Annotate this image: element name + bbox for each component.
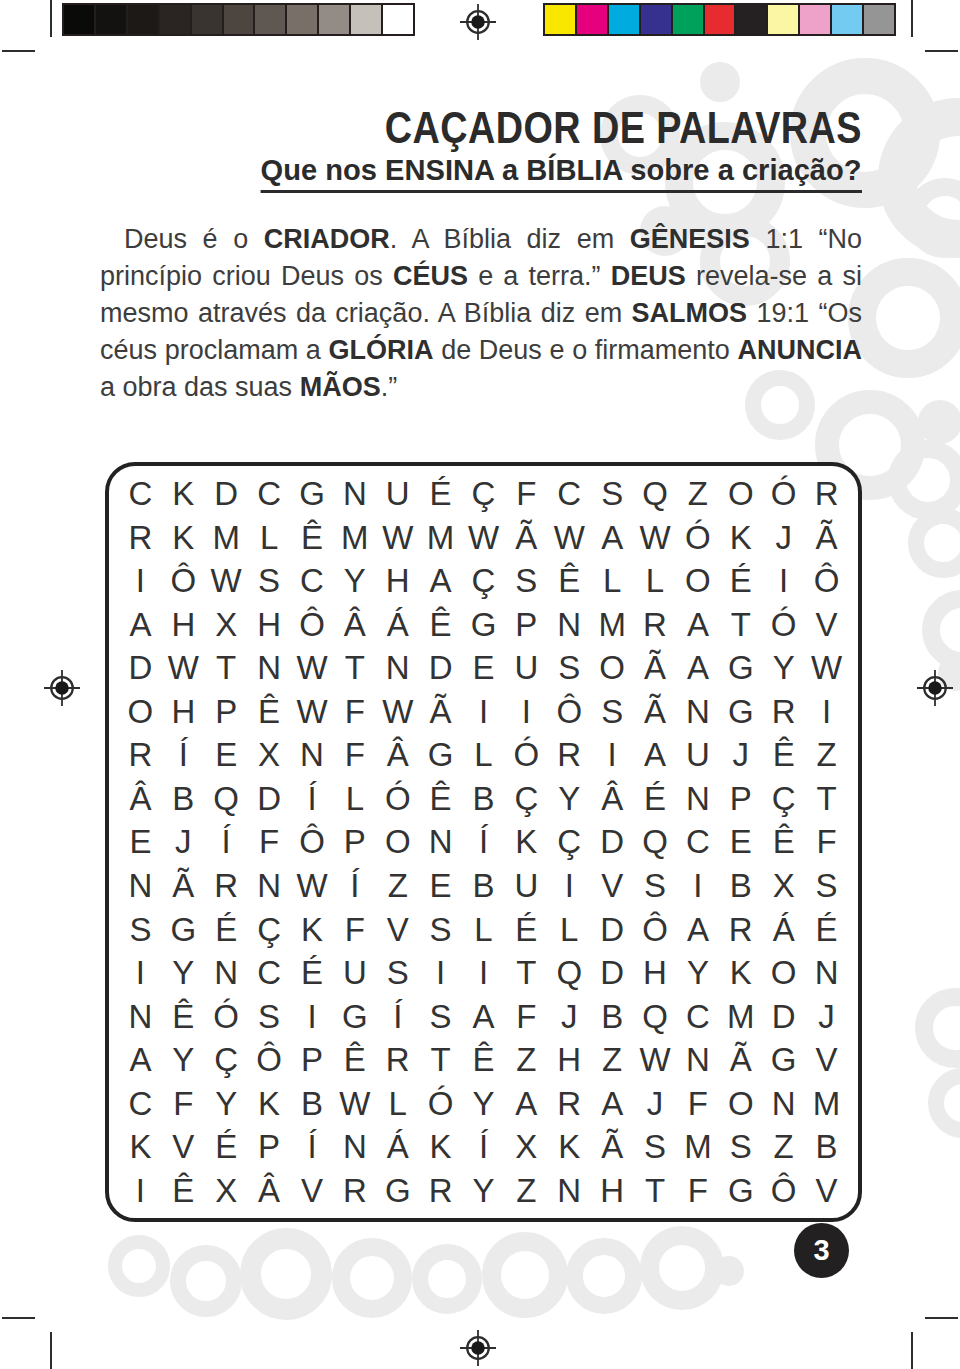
grid-cell[interactable]: N [248,646,291,690]
grid-cell[interactable]: B [805,1125,848,1169]
grid-cell[interactable]: W [548,516,591,560]
grid-cell[interactable]: Ã [162,864,205,908]
grid-cell[interactable]: E [719,820,762,864]
grid-cell[interactable]: W [291,690,334,734]
grid-cell[interactable]: U [505,864,548,908]
grid-cell[interactable]: Ã [805,516,848,560]
grid-cell[interactable]: W [205,559,248,603]
grid-cell[interactable]: A [119,1038,162,1082]
grid-cell[interactable]: Q [205,777,248,821]
grid-cell[interactable]: B [462,777,505,821]
grid-cell[interactable]: O [676,559,719,603]
grid-cell[interactable]: Ç [248,907,291,951]
grid-cell[interactable]: W [291,646,334,690]
grid-cell[interactable]: S [634,864,677,908]
grid-cell[interactable]: I [119,559,162,603]
grid-cell[interactable]: I [119,951,162,995]
grid-cell[interactable]: G [719,1168,762,1212]
grid-cell[interactable]: Ã [419,690,462,734]
grid-cell[interactable]: H [591,1168,634,1212]
grid-cell[interactable]: W [291,864,334,908]
grid-cell[interactable]: T [419,1038,462,1082]
grid-cell[interactable]: Ó [762,603,805,647]
grid-cell[interactable]: O [719,472,762,516]
grid-cell[interactable]: Y [162,1038,205,1082]
grid-cell[interactable]: N [805,951,848,995]
grid-cell[interactable]: H [634,951,677,995]
grid-cell[interactable]: S [248,559,291,603]
grid-cell[interactable]: N [119,994,162,1038]
grid-cell[interactable]: O [376,820,419,864]
grid-cell[interactable]: S [119,907,162,951]
grid-cell[interactable]: M [419,516,462,560]
grid-cell[interactable]: O [719,1081,762,1125]
grid-cell[interactable]: T [333,646,376,690]
grid-cell[interactable]: Q [548,951,591,995]
grid-cell[interactable]: Y [162,951,205,995]
grid-cell[interactable]: A [676,907,719,951]
grid-cell[interactable]: Q [634,472,677,516]
grid-cell[interactable]: I [805,690,848,734]
grid-cell[interactable]: K [419,1125,462,1169]
grid-cell[interactable]: G [333,994,376,1038]
grid-cell[interactable]: N [119,864,162,908]
grid-cell[interactable]: X [248,733,291,777]
grid-cell[interactable]: C [119,472,162,516]
grid-cell[interactable]: J [805,994,848,1038]
grid-cell[interactable]: X [505,1125,548,1169]
grid-cell[interactable]: R [719,907,762,951]
grid-cell[interactable]: V [805,1168,848,1212]
grid-cell[interactable]: D [205,472,248,516]
grid-cell[interactable]: O [119,690,162,734]
grid-cell[interactable]: S [419,907,462,951]
grid-cell[interactable]: P [505,603,548,647]
grid-cell[interactable]: R [205,864,248,908]
grid-cell[interactable]: H [248,603,291,647]
grid-cell[interactable]: J [548,994,591,1038]
grid-cell[interactable]: S [591,690,634,734]
grid-cell[interactable]: Y [462,1168,505,1212]
grid-cell[interactable]: L [376,1081,419,1125]
grid-cell[interactable]: Q [634,820,677,864]
grid-cell[interactable]: R [119,733,162,777]
grid-cell[interactable]: É [205,907,248,951]
grid-cell[interactable]: D [419,646,462,690]
grid-cell[interactable]: Ê [419,777,462,821]
grid-cell[interactable]: L [462,907,505,951]
grid-cell[interactable]: D [591,951,634,995]
grid-cell[interactable]: E [205,733,248,777]
grid-cell[interactable]: B [162,777,205,821]
grid-cell[interactable]: B [591,994,634,1038]
grid-cell[interactable]: Â [376,733,419,777]
grid-cell[interactable]: G [762,1038,805,1082]
grid-cell[interactable]: M [805,1081,848,1125]
registration-mark-icon [460,4,496,40]
grid-cell[interactable]: É [291,951,334,995]
grid-cell[interactable]: S [248,994,291,1038]
grid-cell[interactable]: C [119,1081,162,1125]
grid-cell[interactable]: É [505,907,548,951]
grid-cell[interactable]: Í [376,994,419,1038]
grid-cell[interactable]: M [205,516,248,560]
grid-cell[interactable]: É [719,559,762,603]
grid-cell[interactable]: M [591,603,634,647]
intro-segment: de Deus e o firmamento [434,335,738,365]
grid-cell[interactable]: Ô [548,690,591,734]
grid-cell[interactable]: I [419,951,462,995]
grid-cell[interactable]: Ê [248,690,291,734]
grid-cell[interactable]: É [805,907,848,951]
grid-cell[interactable]: W [634,516,677,560]
grid-cell[interactable]: N [762,1081,805,1125]
grid-cell[interactable]: D [591,820,634,864]
grid-cell[interactable]: S [376,951,419,995]
grid-cell[interactable]: K [291,907,334,951]
grid-cell[interactable]: E [462,646,505,690]
grid-cell[interactable]: R [634,603,677,647]
grid-cell[interactable]: I [505,690,548,734]
grid-cell[interactable]: Í [462,820,505,864]
grid-cell[interactable]: M [676,1125,719,1169]
grid-cell[interactable]: K [162,472,205,516]
grid-cell[interactable]: Y [762,646,805,690]
grid-cell[interactable]: Z [591,1038,634,1082]
grid-cell[interactable]: S [419,994,462,1038]
grid-cell[interactable]: R [119,516,162,560]
grid-cell[interactable]: F [162,1081,205,1125]
grid-cell[interactable]: W [462,516,505,560]
grid-cell[interactable]: Y [676,951,719,995]
grid-cell[interactable]: C [676,994,719,1038]
grid-cell[interactable]: R [805,472,848,516]
grid-cell[interactable]: Ã [505,516,548,560]
grid-cell[interactable]: I [462,690,505,734]
grid-cell[interactable]: Y [462,1081,505,1125]
grid-cell[interactable]: T [634,1168,677,1212]
grid-cell[interactable]: Á [376,603,419,647]
grid-cell[interactable]: J [634,1081,677,1125]
grid-cell[interactable]: N [376,646,419,690]
grid-cell[interactable]: C [291,559,334,603]
grid-cell[interactable]: F [333,690,376,734]
grid-cell[interactable]: A [591,516,634,560]
grid-cell[interactable]: N [333,472,376,516]
grid-cell[interactable]: Y [548,777,591,821]
grid-cell[interactable]: L [462,733,505,777]
grid-cell[interactable]: Ê [162,994,205,1038]
grid-cell[interactable]: Ê [162,1168,205,1212]
grid-cell[interactable]: F [333,733,376,777]
grid-cell[interactable]: Á [762,907,805,951]
grid-cell[interactable]: K [548,1125,591,1169]
grid-cell[interactable]: R [548,1081,591,1125]
grid-cell[interactable]: J [162,820,205,864]
grid-cell[interactable]: B [719,864,762,908]
grid-cell[interactable]: Â [248,1168,291,1212]
grid-cell[interactable]: Ç [462,472,505,516]
grid-cell[interactable]: M [719,994,762,1038]
grid-cell[interactable]: V [805,603,848,647]
grid-cell[interactable]: G [419,733,462,777]
grid-cell[interactable]: Á [376,1125,419,1169]
grid-cell[interactable]: D [248,777,291,821]
grid-cell[interactable]: Ê [333,1038,376,1082]
grid-cell[interactable]: W [162,646,205,690]
grid-cell[interactable]: G [162,907,205,951]
grid-cell[interactable]: P [333,820,376,864]
grid-cell[interactable]: E [419,864,462,908]
grid-cell[interactable]: V [805,1038,848,1082]
grid-cell[interactable]: L [333,777,376,821]
grid-cell[interactable]: R [419,1168,462,1212]
grid-cell[interactable]: C [676,820,719,864]
grid-cell[interactable]: G [291,472,334,516]
grid-cell[interactable]: H [162,603,205,647]
grid-cell[interactable]: Ç [462,559,505,603]
grid-cell[interactable]: K [719,951,762,995]
grid-cell[interactable]: T [719,603,762,647]
grid-cell[interactable]: J [719,733,762,777]
grid-cell[interactable]: Z [676,472,719,516]
grid-cell[interactable]: C [548,472,591,516]
grid-cell[interactable]: Ç [205,1038,248,1082]
grid-cell[interactable]: Ã [719,1038,762,1082]
grid-cell[interactable]: X [762,864,805,908]
grid-cell[interactable]: D [591,907,634,951]
grid-cell[interactable]: N [419,820,462,864]
grid-cell[interactable]: S [548,646,591,690]
grid-cell[interactable]: K [119,1125,162,1169]
grid-cell[interactable]: I [591,733,634,777]
intro-segment: GLÓRIA [329,335,434,365]
grid-cell[interactable]: K [505,820,548,864]
grid-cell[interactable]: É [205,1125,248,1169]
grid-cell[interactable]: Ó [205,994,248,1038]
grid-cell[interactable]: T [805,777,848,821]
grid-cell[interactable]: L [248,516,291,560]
grid-cell[interactable]: N [548,603,591,647]
grid-cell[interactable]: S [591,472,634,516]
grid-cell[interactable]: A [505,1081,548,1125]
grid-cell[interactable]: W [634,1038,677,1082]
grid-cell[interactable]: Â [333,603,376,647]
grid-cell[interactable]: Ô [248,1038,291,1082]
grid-cell[interactable]: A [462,994,505,1038]
grid-cell[interactable]: G [719,646,762,690]
grid-cell[interactable]: B [291,1081,334,1125]
grid-cell[interactable]: Y [333,559,376,603]
grid-cell[interactable]: Y [205,1081,248,1125]
grid-cell[interactable]: M [333,516,376,560]
grid-cell[interactable]: N [676,690,719,734]
grid-cell[interactable]: É [634,777,677,821]
grid-cell[interactable]: L [634,559,677,603]
grid-cell[interactable]: N [333,1125,376,1169]
grid-cell[interactable]: Ô [291,820,334,864]
grid-cell[interactable]: Ô [762,1168,805,1212]
circle-ornament [700,62,740,102]
crop-mark [50,0,52,37]
grid-cell[interactable]: Ê [762,820,805,864]
grid-cell[interactable]: E [119,820,162,864]
grid-cell[interactable]: F [333,907,376,951]
grid-cell[interactable]: Â [119,777,162,821]
grid-cell[interactable]: X [205,603,248,647]
grid-cell[interactable]: N [291,733,334,777]
grid-cell[interactable]: Ã [591,1125,634,1169]
grid-cell[interactable]: A [419,559,462,603]
grid-cell[interactable]: U [333,951,376,995]
grid-cell[interactable]: I [548,864,591,908]
grid-cell[interactable]: D [762,994,805,1038]
grid-cell[interactable]: H [548,1038,591,1082]
grid-cell[interactable]: S [634,1125,677,1169]
grid-cell[interactable]: Í [205,820,248,864]
grid-cell[interactable]: U [676,733,719,777]
grid-cell[interactable]: R [548,733,591,777]
grayscale-calibration-bar [62,3,415,36]
grid-cell[interactable]: V [376,907,419,951]
grid-cell[interactable]: Ç [548,820,591,864]
grid-cell[interactable]: W [805,646,848,690]
grid-cell[interactable]: F [805,820,848,864]
page: CAÇADOR DE PALAVRAS Que nos ENSINA a BÍB… [0,0,960,1369]
grid-cell[interactable]: G [719,690,762,734]
grid-cell[interactable]: S [505,559,548,603]
grid-cell[interactable]: Ê [419,603,462,647]
word-search-grid: CKDCGNUÉÇFCSQZOÓRRKMLÊMWMWÃWAWÓKJÃIÔWSCY… [105,462,862,1222]
grid-cell[interactable]: P [291,1038,334,1082]
grid-cell[interactable]: L [591,559,634,603]
grid-cell[interactable]: Ã [634,690,677,734]
grid-cell[interactable]: Q [634,994,677,1038]
grid-cell[interactable]: I [676,864,719,908]
grid-cell[interactable]: A [634,733,677,777]
grid-cell[interactable]: Ã [634,646,677,690]
grid-cell[interactable]: É [419,472,462,516]
grid-cell[interactable]: D [119,646,162,690]
grid-cell[interactable]: V [591,864,634,908]
grid-cell[interactable]: Ó [676,516,719,560]
grid-cell[interactable]: O [591,646,634,690]
grid-cell[interactable]: W [376,516,419,560]
grid-cell[interactable]: S [719,1125,762,1169]
circle-ornament [332,1238,412,1318]
grid-cell[interactable]: I [119,1168,162,1212]
grid-cell[interactable]: N [676,777,719,821]
grid-cell[interactable]: G [462,603,505,647]
grid-cell[interactable]: H [376,559,419,603]
grid-cell[interactable]: Ó [376,777,419,821]
grid-cell[interactable]: H [162,690,205,734]
grid-cell[interactable]: K [162,516,205,560]
grid-cell[interactable]: L [548,907,591,951]
grid-cell[interactable]: Í [291,777,334,821]
grid-cell[interactable]: F [248,820,291,864]
grid-cell[interactable]: X [205,1168,248,1212]
grid-cell[interactable]: V [291,1168,334,1212]
grid-cell[interactable]: R [333,1168,376,1212]
grid-cell[interactable]: Ó [762,472,805,516]
grid-cell[interactable]: R [762,690,805,734]
grid-cell[interactable]: I [291,994,334,1038]
grid-cell[interactable]: I [762,559,805,603]
grid-cell[interactable]: Â [591,777,634,821]
grid-cell[interactable]: U [505,646,548,690]
grid-cell[interactable]: J [762,516,805,560]
grid-cell[interactable]: Ô [805,559,848,603]
grid-cell[interactable]: O [762,951,805,995]
grid-cell[interactable]: Ó [419,1081,462,1125]
grid-cell[interactable]: F [505,994,548,1038]
grid-cell[interactable]: P [205,690,248,734]
grid-cell[interactable]: K [719,516,762,560]
grid-cell[interactable]: P [719,777,762,821]
grid-cell[interactable]: Ô [634,907,677,951]
grid-cell[interactable]: Ó [505,733,548,777]
grid-cell[interactable]: I [462,951,505,995]
grid-cell[interactable]: F [505,472,548,516]
grid-cell[interactable]: Í [333,864,376,908]
grid-cell[interactable]: W [333,1081,376,1125]
grid-cell[interactable]: V [162,1125,205,1169]
grid-cell[interactable]: W [376,690,419,734]
grid-cell[interactable]: Z [805,733,848,777]
grid-cell[interactable]: Ê [548,559,591,603]
grid-cell[interactable]: F [676,1081,719,1125]
grid-cell[interactable]: S [805,864,848,908]
grid-cell[interactable]: R [376,1038,419,1082]
grid-cell[interactable]: Í [291,1125,334,1169]
grid-cell[interactable]: C [248,951,291,995]
grid-cell[interactable]: Ô [291,603,334,647]
grid-cell[interactable]: K [248,1081,291,1125]
grid-cell[interactable]: A [119,603,162,647]
grid-cell[interactable]: Ê [762,733,805,777]
grid-cell[interactable]: Ê [291,516,334,560]
grid-cell[interactable]: Í [462,1125,505,1169]
grid-cell[interactable]: F [676,1168,719,1212]
grid-cell[interactable]: P [248,1125,291,1169]
grid-cell[interactable]: A [676,646,719,690]
grid-cell[interactable]: T [205,646,248,690]
grid-cell[interactable]: N [205,951,248,995]
grid-cell[interactable]: Z [505,1168,548,1212]
grid-cell[interactable]: B [462,864,505,908]
grid-cell[interactable]: Ô [162,559,205,603]
grid-cell[interactable]: Z [762,1125,805,1169]
grid-cell[interactable]: G [376,1168,419,1212]
grid-cell[interactable]: A [591,1081,634,1125]
grid-cell[interactable]: A [676,603,719,647]
grid-cell[interactable]: N [248,864,291,908]
grid-cell[interactable]: Ç [762,777,805,821]
grayscale-swatch [287,5,319,34]
grid-cell[interactable]: N [548,1168,591,1212]
grid-cell[interactable]: C [248,472,291,516]
grid-cell[interactable]: Ê [462,1038,505,1082]
grid-cell[interactable]: N [676,1038,719,1082]
grayscale-swatch [192,5,224,34]
grid-cell[interactable]: T [505,951,548,995]
grid-cell[interactable]: Z [505,1038,548,1082]
grid-cell[interactable]: U [376,472,419,516]
grid-cell[interactable]: Z [376,864,419,908]
grid-cell[interactable]: Ç [505,777,548,821]
grid-cell[interactable]: Í [162,733,205,777]
